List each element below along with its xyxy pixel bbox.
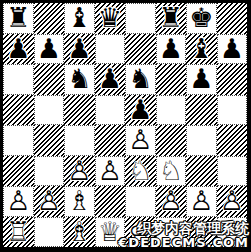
square-d1[interactable]: ♛♕ <box>95 217 126 248</box>
square-g8[interactable]: ♚ <box>186 3 217 34</box>
square-c8[interactable]: ♝ <box>64 3 95 34</box>
square-c1[interactable]: ♝♗ <box>64 217 95 248</box>
piece-black-king: ♚ <box>189 3 213 34</box>
piece-outline: ♕ <box>98 217 122 248</box>
piece-outline: ♘ <box>128 156 152 187</box>
square-e1[interactable]: ♚♔ <box>125 217 156 248</box>
piece-outline: ♙ <box>159 186 183 217</box>
piece-black-rook: ♜ <box>6 3 30 34</box>
piece-black-pawn: ♟ <box>67 34 91 65</box>
square-c2[interactable]: ♝♗ <box>64 186 95 217</box>
piece-glyph: ♝ <box>67 3 91 34</box>
square-e7[interactable] <box>125 34 156 65</box>
square-a1[interactable]: ♜♖ <box>3 217 34 248</box>
square-h4[interactable] <box>217 125 248 156</box>
square-a4[interactable] <box>3 125 34 156</box>
piece-white-pawn: ♟♙ <box>159 186 183 217</box>
square-g4[interactable] <box>186 125 217 156</box>
square-b6[interactable] <box>34 64 65 95</box>
square-f6[interactable] <box>156 64 187 95</box>
piece-outline: ♗ <box>67 217 91 248</box>
square-f2[interactable]: ♟♙ <box>156 186 187 217</box>
piece-black-pawn: ♟ <box>37 34 61 65</box>
square-d4[interactable] <box>95 125 126 156</box>
piece-black-pawn: ♟ <box>189 64 213 95</box>
piece-white-pawn: ♟♙ <box>67 156 91 187</box>
square-e4[interactable]: ♟♙ <box>125 125 156 156</box>
piece-white-pawn: ♟♙ <box>37 186 61 217</box>
square-a6[interactable] <box>3 64 34 95</box>
square-c5[interactable] <box>64 95 95 126</box>
piece-outline: ♙ <box>220 186 244 217</box>
piece-black-knight: ♞ <box>67 64 91 95</box>
piece-glyph: ♟ <box>98 64 122 95</box>
square-g5[interactable] <box>186 95 217 126</box>
piece-white-pawn: ♟♙ <box>98 156 122 187</box>
square-e3[interactable]: ♞♘ <box>125 156 156 187</box>
square-h3[interactable] <box>217 156 248 187</box>
square-b8[interactable] <box>34 3 65 34</box>
square-b5[interactable] <box>34 95 65 126</box>
piece-outline: ♔ <box>128 217 152 248</box>
piece-white-pawn: ♟♙ <box>128 125 152 156</box>
piece-white-rook: ♜♖ <box>220 217 244 248</box>
piece-white-bishop: ♝♗ <box>67 217 91 248</box>
piece-outline: ♙ <box>98 156 122 187</box>
piece-black-pawn: ♟ <box>159 34 183 65</box>
piece-glyph: ♛ <box>98 3 122 34</box>
piece-black-bishop: ♝ <box>189 34 213 65</box>
piece-outline: ♙ <box>67 156 91 187</box>
piece-white-knight: ♞♘ <box>128 156 152 187</box>
piece-outline: ♘ <box>159 156 183 187</box>
piece-white-king: ♚♔ <box>128 217 152 248</box>
square-d5[interactable] <box>95 95 126 126</box>
square-d8[interactable]: ♛ <box>95 3 126 34</box>
piece-black-knight: ♞ <box>128 64 152 95</box>
piece-glyph: ♜ <box>159 3 183 34</box>
piece-black-queen: ♛ <box>98 3 122 34</box>
square-f1[interactable] <box>156 217 187 248</box>
square-c7[interactable]: ♟ <box>64 34 95 65</box>
piece-glyph: ♟ <box>67 34 91 65</box>
square-h1[interactable]: ♜♖ <box>217 217 248 248</box>
piece-white-pawn: ♟♙ <box>6 186 30 217</box>
piece-white-pawn: ♟♙ <box>189 186 213 217</box>
square-h2[interactable]: ♟♙ <box>217 186 248 217</box>
square-a2[interactable]: ♟♙ <box>3 186 34 217</box>
piece-white-rook: ♜♖ <box>6 217 30 248</box>
piece-white-knight: ♞♘ <box>159 156 183 187</box>
piece-outline: ♙ <box>37 186 61 217</box>
piece-glyph: ♚ <box>189 3 213 34</box>
piece-black-pawn: ♟ <box>98 64 122 95</box>
piece-glyph: ♜ <box>6 3 30 34</box>
square-g2[interactable]: ♟♙ <box>186 186 217 217</box>
square-b3[interactable] <box>34 156 65 187</box>
piece-outline: ♙ <box>6 186 30 217</box>
square-b2[interactable]: ♟♙ <box>34 186 65 217</box>
square-f8[interactable]: ♜ <box>156 3 187 34</box>
square-d2[interactable] <box>95 186 126 217</box>
square-c4[interactable] <box>64 125 95 156</box>
piece-outline: ♗ <box>67 186 91 217</box>
piece-white-bishop: ♝♗ <box>67 186 91 217</box>
piece-outline: ♙ <box>128 125 152 156</box>
square-a5[interactable] <box>3 95 34 126</box>
piece-glyph: ♟ <box>37 34 61 65</box>
square-h8[interactable] <box>217 3 248 34</box>
square-f5[interactable] <box>156 95 187 126</box>
piece-glyph: ♞ <box>67 64 91 95</box>
square-e2[interactable] <box>125 186 156 217</box>
square-g1[interactable] <box>186 217 217 248</box>
piece-glyph: ♝ <box>189 34 213 65</box>
square-c3[interactable]: ♟♙ <box>64 156 95 187</box>
piece-black-pawn: ♟ <box>128 95 152 126</box>
piece-glyph: ♟ <box>6 34 30 65</box>
square-b1[interactable] <box>34 217 65 248</box>
piece-black-pawn: ♟ <box>6 34 30 65</box>
square-d7[interactable] <box>95 34 126 65</box>
square-f4[interactable] <box>156 125 187 156</box>
piece-outline: ♙ <box>189 186 213 217</box>
piece-glyph: ♟ <box>159 34 183 65</box>
piece-black-rook: ♜ <box>159 3 183 34</box>
chess-diagram: ♜♝♛♜♚♟♟♟♟♝♟♞♟♞♟♟♟♙♟♙♟♙♞♘♞♘♟♙♟♙♝♗♟♙♟♙♟♙♜♖… <box>0 0 251 252</box>
chess-board: ♜♝♛♜♚♟♟♟♟♝♟♞♟♞♟♟♟♙♟♙♟♙♞♘♞♘♟♙♟♙♝♗♟♙♟♙♟♙♜♖… <box>3 3 247 247</box>
square-e5[interactable]: ♟ <box>125 95 156 126</box>
square-h7[interactable]: ♟ <box>217 34 248 65</box>
square-d3[interactable]: ♟♙ <box>95 156 126 187</box>
square-e8[interactable] <box>125 3 156 34</box>
square-a7[interactable]: ♟ <box>3 34 34 65</box>
square-h5[interactable] <box>217 95 248 126</box>
piece-glyph: ♟ <box>220 34 244 65</box>
square-c6[interactable]: ♞ <box>64 64 95 95</box>
piece-outline: ♖ <box>6 217 30 248</box>
square-h6[interactable] <box>217 64 248 95</box>
square-g6[interactable]: ♟ <box>186 64 217 95</box>
piece-black-pawn: ♟ <box>220 34 244 65</box>
square-g7[interactable]: ♝ <box>186 34 217 65</box>
square-d6[interactable]: ♟ <box>95 64 126 95</box>
square-b7[interactable]: ♟ <box>34 34 65 65</box>
square-b4[interactable] <box>34 125 65 156</box>
piece-white-queen: ♛♕ <box>98 217 122 248</box>
piece-black-bishop: ♝ <box>67 3 91 34</box>
square-e6[interactable]: ♞ <box>125 64 156 95</box>
square-g3[interactable] <box>186 156 217 187</box>
piece-white-pawn: ♟♙ <box>220 186 244 217</box>
square-a8[interactable]: ♜ <box>3 3 34 34</box>
piece-glyph: ♟ <box>128 95 152 126</box>
square-a3[interactable] <box>3 156 34 187</box>
piece-glyph: ♞ <box>128 64 152 95</box>
piece-glyph: ♟ <box>189 64 213 95</box>
piece-outline: ♖ <box>220 217 244 248</box>
square-f7[interactable]: ♟ <box>156 34 187 65</box>
square-f3[interactable]: ♞♘ <box>156 156 187 187</box>
